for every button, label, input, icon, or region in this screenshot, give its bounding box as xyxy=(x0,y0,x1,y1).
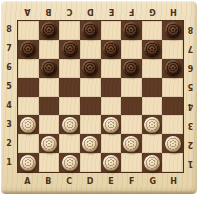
board-photo: ABCDEFGH ABCDEFGH 87654321 87654321 xyxy=(0,0,200,199)
square-g2[interactable] xyxy=(142,134,163,153)
checker-light-h2[interactable] xyxy=(165,136,181,152)
checker-dark-d6[interactable] xyxy=(82,60,98,76)
checker-light-a1[interactable] xyxy=(20,155,36,171)
square-h8[interactable] xyxy=(162,21,183,40)
file-label-top-a: A xyxy=(17,3,38,19)
square-h5[interactable] xyxy=(162,78,183,97)
file-label-top-h: H xyxy=(163,3,184,19)
square-b6[interactable] xyxy=(39,59,60,78)
square-g5[interactable] xyxy=(142,78,163,97)
checker-light-c1[interactable] xyxy=(62,155,78,171)
checker-dark-e7[interactable] xyxy=(103,41,119,57)
square-g1[interactable] xyxy=(142,153,163,172)
file-labels-bottom: ABCDEFGH xyxy=(17,174,184,190)
square-c8[interactable] xyxy=(59,21,80,40)
square-h7[interactable] xyxy=(162,40,183,59)
square-a8[interactable] xyxy=(18,21,39,40)
square-b2[interactable] xyxy=(39,134,60,153)
square-b4[interactable] xyxy=(39,97,60,116)
square-d7[interactable] xyxy=(80,40,101,59)
square-f6[interactable] xyxy=(121,59,142,78)
rank-labels-right: 87654321 xyxy=(184,20,197,173)
square-d1[interactable] xyxy=(80,153,101,172)
square-c5[interactable] xyxy=(59,78,80,97)
square-f1[interactable] xyxy=(121,153,142,172)
square-c7[interactable] xyxy=(59,40,80,59)
rank-label-right-4: 4 xyxy=(184,97,197,116)
checker-light-d2[interactable] xyxy=(82,136,98,152)
checker-dark-f6[interactable] xyxy=(123,60,139,76)
square-g3[interactable] xyxy=(142,115,163,134)
file-label-bottom-d: D xyxy=(80,174,101,190)
checker-light-c3[interactable] xyxy=(62,117,78,133)
square-e5[interactable] xyxy=(101,78,122,97)
square-a1[interactable] xyxy=(18,153,39,172)
square-c1[interactable] xyxy=(59,153,80,172)
square-d5[interactable] xyxy=(80,78,101,97)
file-label-bottom-c: C xyxy=(59,174,80,190)
checker-light-g3[interactable] xyxy=(144,117,160,133)
rank-label-right-3: 3 xyxy=(184,116,197,135)
square-h6[interactable] xyxy=(162,59,183,78)
square-c3[interactable] xyxy=(59,115,80,134)
file-label-bottom-a: A xyxy=(17,174,38,190)
square-c4[interactable] xyxy=(59,97,80,116)
checker-light-b2[interactable] xyxy=(41,136,57,152)
square-d2[interactable] xyxy=(80,134,101,153)
rank-label-left-1: 1 xyxy=(1,154,17,173)
file-labels-top: ABCDEFGH xyxy=(17,3,184,19)
file-label-top-c: C xyxy=(59,3,80,19)
square-e3[interactable] xyxy=(101,115,122,134)
checker-light-a3[interactable] xyxy=(20,117,36,133)
rank-label-left-3: 3 xyxy=(1,116,17,135)
rank-label-right-2: 2 xyxy=(184,135,197,154)
square-g4[interactable] xyxy=(142,97,163,116)
square-h4[interactable] xyxy=(162,97,183,116)
checker-dark-b6[interactable] xyxy=(41,60,57,76)
square-e1[interactable] xyxy=(101,153,122,172)
square-f4[interactable] xyxy=(121,97,142,116)
square-f2[interactable] xyxy=(121,134,142,153)
checker-dark-a7[interactable] xyxy=(20,41,36,57)
checker-dark-g7[interactable] xyxy=(144,41,160,57)
square-d3[interactable] xyxy=(80,115,101,134)
square-d8[interactable] xyxy=(80,21,101,40)
square-a2[interactable] xyxy=(18,134,39,153)
square-c6[interactable] xyxy=(59,59,80,78)
square-e8[interactable] xyxy=(101,21,122,40)
rank-label-right-1: 1 xyxy=(184,154,197,173)
square-g8[interactable] xyxy=(142,21,163,40)
rank-label-left-6: 6 xyxy=(1,58,17,77)
file-label-top-d: D xyxy=(80,3,101,19)
square-f7[interactable] xyxy=(121,40,142,59)
square-a7[interactable] xyxy=(18,40,39,59)
square-b7[interactable] xyxy=(39,40,60,59)
file-label-bottom-f: F xyxy=(121,174,142,190)
checker-dark-c7[interactable] xyxy=(62,41,78,57)
checker-light-e3[interactable] xyxy=(103,117,119,133)
square-a6[interactable] xyxy=(18,59,39,78)
square-h2[interactable] xyxy=(162,134,183,153)
square-f8[interactable] xyxy=(121,21,142,40)
rank-label-left-7: 7 xyxy=(1,39,17,58)
square-f3[interactable] xyxy=(121,115,142,134)
square-a4[interactable] xyxy=(18,97,39,116)
square-b1[interactable] xyxy=(39,153,60,172)
square-d4[interactable] xyxy=(80,97,101,116)
checker-dark-h8[interactable] xyxy=(165,22,181,38)
square-f5[interactable] xyxy=(121,78,142,97)
square-g6[interactable] xyxy=(142,59,163,78)
square-a5[interactable] xyxy=(18,78,39,97)
checker-light-g1[interactable] xyxy=(144,155,160,171)
checker-dark-b8[interactable] xyxy=(41,22,57,38)
square-e6[interactable] xyxy=(101,59,122,78)
file-label-bottom-e: E xyxy=(101,174,122,190)
square-e4[interactable] xyxy=(101,97,122,116)
rank-label-right-6: 6 xyxy=(184,58,197,77)
checkers-board: ABCDEFGH ABCDEFGH 87654321 87654321 xyxy=(1,1,197,194)
rank-label-left-2: 2 xyxy=(1,135,17,154)
square-b8[interactable] xyxy=(39,21,60,40)
square-c2[interactable] xyxy=(59,134,80,153)
square-h1[interactable] xyxy=(162,153,183,172)
checker-light-e1[interactable] xyxy=(103,155,119,171)
file-label-bottom-b: B xyxy=(38,174,59,190)
square-e2[interactable] xyxy=(101,134,122,153)
file-label-bottom-g: G xyxy=(142,174,163,190)
square-g7[interactable] xyxy=(142,40,163,59)
rank-label-left-4: 4 xyxy=(1,97,17,116)
file-label-top-f: F xyxy=(121,3,142,19)
square-h3[interactable] xyxy=(162,115,183,134)
rank-label-right-8: 8 xyxy=(184,20,197,39)
checker-dark-d8[interactable] xyxy=(82,22,98,38)
rank-label-left-8: 8 xyxy=(1,20,17,39)
square-b5[interactable] xyxy=(39,78,60,97)
square-b3[interactable] xyxy=(39,115,60,134)
file-label-top-e: E xyxy=(101,3,122,19)
square-e7[interactable] xyxy=(101,40,122,59)
rank-label-right-7: 7 xyxy=(184,39,197,58)
rank-label-right-5: 5 xyxy=(184,77,197,96)
checker-dark-f8[interactable] xyxy=(123,22,139,38)
file-label-bottom-h: H xyxy=(163,174,184,190)
square-d6[interactable] xyxy=(80,59,101,78)
rank-labels-left: 87654321 xyxy=(1,20,17,173)
playing-area xyxy=(17,20,184,173)
file-label-top-b: B xyxy=(38,3,59,19)
file-label-top-g: G xyxy=(142,3,163,19)
checker-light-f2[interactable] xyxy=(123,136,139,152)
checker-dark-h6[interactable] xyxy=(165,60,181,76)
square-a3[interactable] xyxy=(18,115,39,134)
rank-label-left-5: 5 xyxy=(1,77,17,96)
